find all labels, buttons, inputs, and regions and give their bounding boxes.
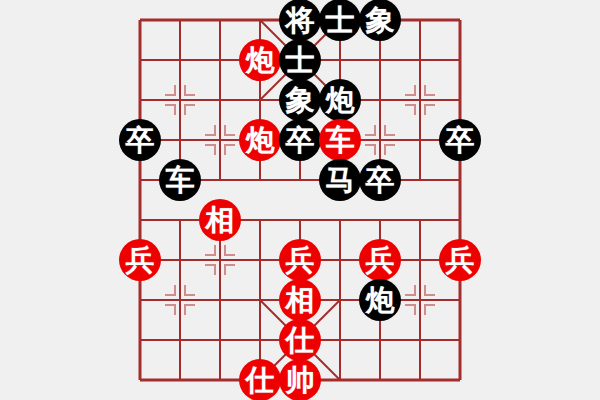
piece-glyph: 相: [286, 286, 315, 315]
black-general-piece[interactable]: 将: [279, 0, 321, 41]
piece-glyph: 象: [366, 6, 395, 35]
piece-glyph: 炮: [246, 126, 275, 155]
piece-glyph: 炮: [366, 286, 395, 315]
red-advisor-piece[interactable]: 仕: [279, 319, 321, 361]
red-general-piece[interactable]: 帅: [279, 359, 321, 400]
red-elephant-piece[interactable]: 相: [279, 279, 321, 321]
red-chariot-piece[interactable]: 车: [319, 119, 361, 161]
piece-glyph: 卒: [446, 126, 475, 155]
black-advisor-piece[interactable]: 士: [319, 0, 361, 41]
piece-glyph: 将: [286, 6, 315, 35]
black-elephant-piece[interactable]: 象: [279, 79, 321, 121]
black-elephant-piece[interactable]: 象: [359, 0, 401, 41]
piece-glyph: 兵: [366, 246, 395, 275]
red-cannon-piece[interactable]: 炮: [239, 39, 281, 81]
red-advisor-piece[interactable]: 仕: [239, 359, 281, 400]
piece-glyph: 炮: [246, 46, 275, 75]
piece-glyph: 兵: [126, 246, 155, 275]
red-soldier-piece[interactable]: 兵: [359, 239, 401, 281]
red-soldier-piece[interactable]: 兵: [439, 239, 481, 281]
black-horse-piece[interactable]: 马: [319, 159, 361, 201]
piece-glyph: 卒: [366, 166, 395, 195]
piece-glyph: 兵: [286, 246, 315, 275]
piece-glyph: 士: [286, 46, 315, 75]
red-cannon-piece[interactable]: 炮: [239, 119, 281, 161]
piece-glyph: 相: [206, 206, 235, 235]
piece-glyph: 车: [326, 126, 355, 155]
piece-glyph: 车: [166, 166, 195, 195]
piece-glyph: 卒: [126, 126, 155, 155]
black-chariot-piece[interactable]: 车: [159, 159, 201, 201]
piece-glyph: 炮: [326, 86, 355, 115]
piece-glyph: 象: [286, 86, 315, 115]
black-cannon-piece[interactable]: 炮: [359, 279, 401, 321]
piece-glyph: 马: [326, 166, 355, 195]
black-soldier-piece[interactable]: 卒: [279, 119, 321, 161]
red-soldier-piece[interactable]: 兵: [279, 239, 321, 281]
black-cannon-piece[interactable]: 炮: [319, 79, 361, 121]
piece-glyph: 士: [326, 6, 355, 35]
black-soldier-piece[interactable]: 卒: [359, 159, 401, 201]
pieces-layer: 将士象炮士象炮卒炮卒车卒车马卒相兵兵兵兵相炮仕仕帅: [0, 0, 600, 400]
piece-glyph: 帅: [286, 366, 315, 395]
black-advisor-piece[interactable]: 士: [279, 39, 321, 81]
red-soldier-piece[interactable]: 兵: [119, 239, 161, 281]
piece-glyph: 仕: [286, 326, 315, 355]
piece-glyph: 兵: [446, 246, 475, 275]
piece-glyph: 卒: [286, 126, 315, 155]
piece-glyph: 仕: [246, 366, 275, 395]
xiangqi-board: 将士象炮士象炮卒炮卒车卒车马卒相兵兵兵兵相炮仕仕帅: [0, 0, 600, 400]
black-soldier-piece[interactable]: 卒: [119, 119, 161, 161]
red-elephant-piece[interactable]: 相: [199, 199, 241, 241]
black-soldier-piece[interactable]: 卒: [439, 119, 481, 161]
